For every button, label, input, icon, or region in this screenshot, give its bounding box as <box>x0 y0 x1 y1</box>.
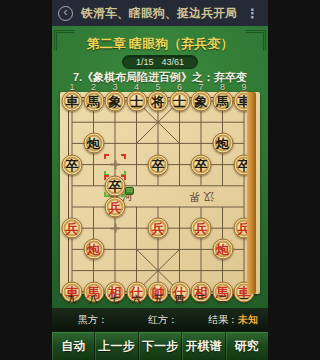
black-player: 黑方： <box>78 313 108 327</box>
file-number: 六 <box>132 295 141 304</box>
lesson-banner: 第二章 瞎眼狗（弃兵变） 1/1543/61 7.《象棋布局陷进百例》之：弃卒变… <box>52 26 268 308</box>
black-horse[interactable]: 馬 <box>212 91 233 112</box>
file-number: 七 <box>111 295 120 304</box>
file-number: 五 <box>154 295 163 304</box>
red-cannon[interactable]: 炮 <box>83 239 104 260</box>
board-grid-lines <box>60 92 260 294</box>
red-player: 红方： <box>148 313 178 327</box>
variation-badge[interactable]: ⋯ <box>125 187 134 195</box>
file-number: 9 <box>241 83 246 92</box>
file-number: 3 <box>112 83 117 92</box>
progress-moves: 43/61 <box>162 57 185 67</box>
red-soldier[interactable]: 兵 <box>148 218 169 239</box>
black-soldier[interactable]: 卒 <box>191 154 212 175</box>
red-soldier[interactable]: 兵 <box>191 218 212 239</box>
black-advisor[interactable]: 士 <box>126 91 147 112</box>
point-marker-icon <box>111 224 120 233</box>
overflow-menu-icon[interactable]: ⋮ <box>243 6 262 21</box>
black-elephant[interactable]: 象 <box>191 91 212 112</box>
control-bar: 自动 上一步 下一步 开棋谱 研究 <box>52 331 268 360</box>
open-manual-button[interactable]: 开棋谱 <box>182 332 225 360</box>
last-move-origin-marker <box>105 155 125 175</box>
xiangqi-board[interactable]: 楚河 汉界 車馬象士将士象馬車炮炮卒卒卒卒卒兵兵兵兵兵炮炮車馬相仕帥仕相馬車⋯ <box>60 92 260 294</box>
black-cannon[interactable]: 炮 <box>83 133 104 154</box>
next-move-button[interactable]: 下一步 <box>139 332 182 360</box>
progress-pill: 1/1543/61 <box>122 55 198 69</box>
file-numbers-top: 123456789 <box>60 83 260 92</box>
red-soldier[interactable]: 兵 <box>105 197 126 218</box>
river-text-right: 汉界 <box>186 189 214 204</box>
file-number: 一 <box>240 295 249 304</box>
prev-move-button[interactable]: 上一步 <box>95 332 138 360</box>
game-result: 结果：未知 <box>208 313 258 327</box>
file-number: 4 <box>134 83 139 92</box>
red-cannon[interactable]: 炮 <box>212 239 233 260</box>
black-elephant[interactable]: 象 <box>105 91 126 112</box>
file-number: 8 <box>220 83 225 92</box>
file-number: 7 <box>198 83 203 92</box>
file-number: 二 <box>218 295 227 304</box>
progress-section: 1/15 <box>136 57 154 67</box>
app-screen: ‹ 铁滑车、瞎眼狗、挺边兵开局 ⋮ 第二章 瞎眼狗（弃兵变） 1/1543/61… <box>52 0 268 360</box>
result-value: 未知 <box>238 314 258 325</box>
black-advisor[interactable]: 士 <box>169 91 190 112</box>
black-general[interactable]: 将 <box>148 91 169 112</box>
file-number: 6 <box>177 83 182 92</box>
file-number: 5 <box>155 83 160 92</box>
black-chariot[interactable]: 車 <box>62 91 83 112</box>
file-number: 三 <box>197 295 206 304</box>
black-soldier[interactable]: 卒 <box>148 154 169 175</box>
last-move-target-marker <box>105 176 125 196</box>
file-number: 2 <box>91 83 96 92</box>
red-soldier[interactable]: 兵 <box>62 218 83 239</box>
black-horse[interactable]: 馬 <box>83 91 104 112</box>
file-number: 1 <box>69 83 74 92</box>
file-number: 九 <box>68 295 77 304</box>
black-cannon[interactable]: 炮 <box>212 133 233 154</box>
file-numbers-bottom: 九八七六五四三二一 <box>60 295 260 304</box>
top-bar: ‹ 铁滑车、瞎眼狗、挺边兵开局 ⋮ <box>52 0 268 26</box>
auto-button[interactable]: 自动 <box>52 332 95 360</box>
chapter-title: 第二章 瞎眼狗（弃兵变） <box>52 35 268 53</box>
black-soldier[interactable]: 卒 <box>62 154 83 175</box>
page-title: 铁滑车、瞎眼狗、挺边兵开局 <box>81 5 243 22</box>
file-number: 八 <box>89 295 98 304</box>
back-icon[interactable]: ‹ <box>58 6 73 21</box>
research-button[interactable]: 研究 <box>226 332 268 360</box>
status-bar: 黑方： 红方： 结果：未知 <box>52 308 268 331</box>
file-number: 四 <box>175 295 184 304</box>
board-wood-edge <box>247 92 256 294</box>
